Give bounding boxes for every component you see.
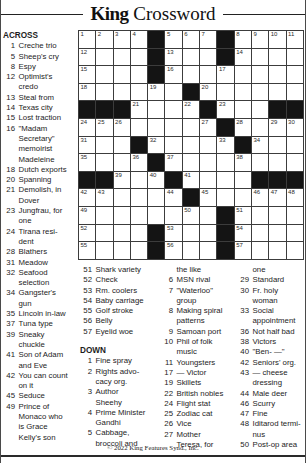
grid-cell[interactable] bbox=[114, 189, 131, 207]
clue-text: "Madam Secretary" memoirist Madeleine bbox=[19, 124, 79, 165]
clue-text: Fr. holy woman bbox=[253, 286, 306, 307]
grid-cell[interactable] bbox=[217, 154, 234, 172]
clue-text: Seduce bbox=[19, 391, 79, 401]
grid-cell[interactable]: 28 bbox=[235, 119, 252, 137]
grid-cell-black bbox=[200, 101, 217, 119]
grid-cell[interactable]: 32 bbox=[148, 137, 165, 155]
grid-cell[interactable]: 54 bbox=[235, 225, 252, 243]
clue-number: 24 bbox=[3, 227, 15, 248]
grid-cell[interactable]: 4 bbox=[131, 31, 148, 49]
grid-cell-black bbox=[269, 101, 286, 119]
cell-number: 17 bbox=[219, 66, 226, 73]
grid-cell[interactable] bbox=[200, 49, 217, 67]
clue-text: Victors bbox=[253, 337, 306, 347]
clue-number: 57 bbox=[80, 327, 92, 337]
grid-cell-black bbox=[235, 137, 252, 155]
grid-cell[interactable] bbox=[269, 242, 286, 260]
grid-cell[interactable]: 15 bbox=[79, 66, 96, 84]
clue-text: Steal from bbox=[19, 93, 79, 103]
grid-cell[interactable]: 45 bbox=[200, 189, 217, 207]
grid-cell[interactable] bbox=[96, 225, 113, 243]
grid-cell[interactable]: 52 bbox=[79, 225, 96, 243]
clue-text: Tuna type bbox=[19, 319, 79, 329]
clue-number: 1 bbox=[80, 356, 92, 366]
grid-cell[interactable] bbox=[96, 137, 113, 155]
clue-number: 35 bbox=[3, 309, 15, 319]
grid-cell[interactable]: 3 bbox=[114, 31, 131, 49]
cell-number: 3 bbox=[115, 31, 118, 38]
grid-cell[interactable]: 2 bbox=[96, 31, 113, 49]
grid-cell[interactable]: 30 bbox=[287, 119, 304, 137]
cell-number: 9 bbox=[253, 31, 256, 38]
clue-item: 15Lost traction bbox=[3, 113, 78, 123]
grid-cell[interactable] bbox=[114, 84, 131, 102]
clue-item: 1Fine spray bbox=[80, 356, 159, 366]
grid-cell[interactable] bbox=[148, 189, 165, 207]
grid-cell[interactable]: 46 bbox=[252, 189, 269, 207]
grid-cell[interactable] bbox=[287, 225, 304, 243]
grid-cell[interactable] bbox=[96, 84, 113, 102]
clue-text: Rm. coolers bbox=[96, 286, 160, 296]
grid-cell-black bbox=[217, 31, 234, 49]
clue-text: MSN rival bbox=[177, 275, 237, 285]
clue-number: 2 bbox=[80, 367, 92, 388]
clue-text: Jungfrau, for one bbox=[19, 206, 79, 227]
cell-number: 5 bbox=[167, 31, 170, 38]
clue-item: 37Tuna type bbox=[3, 319, 78, 329]
clue-text: Scurry bbox=[253, 399, 306, 409]
grid-cell[interactable]: 29 bbox=[269, 119, 286, 137]
grid-cell[interactable] bbox=[252, 242, 269, 260]
title-crossword: Crossword bbox=[133, 3, 215, 24]
clue-text: Tirana resi- dent bbox=[19, 227, 79, 248]
clue-text: Gangster's gun bbox=[19, 288, 79, 309]
clue-item: 30Fr. holy woman bbox=[237, 286, 305, 307]
grid-cell[interactable] bbox=[235, 101, 252, 119]
grid-cell[interactable] bbox=[287, 49, 304, 67]
cell-number: 30 bbox=[288, 119, 295, 126]
grid-cell[interactable] bbox=[252, 119, 269, 137]
grid-cell-black bbox=[148, 225, 165, 243]
clue-text: Flight stat bbox=[177, 399, 237, 409]
grid-cell[interactable] bbox=[165, 119, 182, 137]
grid-cell[interactable] bbox=[131, 172, 148, 190]
grid-cell[interactable]: 10 bbox=[269, 31, 286, 49]
grid-cell[interactable]: 26 bbox=[114, 119, 131, 137]
grid-cell-black bbox=[217, 242, 234, 260]
grid-cell[interactable]: 53 bbox=[165, 225, 182, 243]
cell-number: 43 bbox=[98, 189, 105, 196]
cell-number: 24 bbox=[81, 119, 88, 126]
clue-item: 46Scurry bbox=[237, 399, 305, 409]
clue-number: 11 bbox=[161, 358, 173, 368]
grid-cell-black bbox=[96, 101, 113, 119]
grid-cell[interactable] bbox=[131, 189, 148, 207]
grid-cell[interactable] bbox=[235, 189, 252, 207]
grid-cell[interactable]: 31 bbox=[79, 137, 96, 155]
grid-cell[interactable] bbox=[148, 101, 165, 119]
clue-item: 45Seduce bbox=[3, 391, 78, 401]
clue-text: "Waterloo" group bbox=[177, 286, 237, 307]
grid-cell[interactable] bbox=[287, 137, 304, 155]
grid-cell[interactable] bbox=[165, 207, 182, 225]
grid-cell[interactable]: 27 bbox=[200, 119, 217, 137]
clue-text: Golf stroke bbox=[96, 306, 160, 316]
cell-number: 42 bbox=[81, 189, 88, 196]
grid-cell[interactable]: 40 bbox=[148, 172, 165, 190]
grid-cell[interactable] bbox=[287, 66, 304, 84]
clue-number: 3 bbox=[80, 387, 92, 408]
grid-cell[interactable] bbox=[114, 225, 131, 243]
grid-cell[interactable]: 33 bbox=[217, 137, 234, 155]
grid-cell[interactable] bbox=[183, 154, 200, 172]
cell-number: 55 bbox=[81, 242, 88, 249]
clue-text: Standard bbox=[253, 275, 306, 285]
grid-cell[interactable] bbox=[114, 242, 131, 260]
grid-cell[interactable] bbox=[217, 172, 234, 190]
clue-text: Sheep's cry bbox=[19, 52, 79, 62]
clue-number: 46 bbox=[237, 399, 249, 409]
clue-number: 9 bbox=[161, 327, 173, 337]
grid-cell[interactable] bbox=[96, 49, 113, 67]
clue-text: Lincoln in-law bbox=[19, 309, 79, 319]
grid-cell[interactable] bbox=[131, 119, 148, 137]
clue-item: 19Skillets bbox=[161, 378, 236, 388]
grid-cell[interactable] bbox=[200, 137, 217, 155]
clue-item: 32Seafood selection bbox=[3, 268, 78, 289]
grid-cell[interactable] bbox=[269, 154, 286, 172]
grid-cell[interactable] bbox=[183, 49, 200, 67]
cell-number: 40 bbox=[150, 172, 157, 179]
grid-cell-black bbox=[287, 172, 304, 190]
grid-cell[interactable]: 24 bbox=[79, 119, 96, 137]
grid-cell[interactable] bbox=[287, 207, 304, 225]
grid-cell[interactable]: 25 bbox=[96, 119, 113, 137]
grid-cell[interactable]: 49 bbox=[79, 207, 96, 225]
clue-text: Seniors' org. bbox=[253, 358, 306, 368]
grid-cell[interactable] bbox=[96, 242, 113, 260]
cell-number: 45 bbox=[202, 189, 209, 196]
grid-cell[interactable] bbox=[200, 66, 217, 84]
grid-cell[interactable] bbox=[131, 84, 148, 102]
grid-cell[interactable]: 13 bbox=[165, 49, 182, 67]
clue-number: 32 bbox=[3, 268, 15, 289]
grid-cell[interactable]: 9 bbox=[252, 31, 269, 49]
cell-number: 46 bbox=[253, 189, 260, 196]
grid-cell[interactable]: 50 bbox=[183, 207, 200, 225]
clue-text: Samoan port bbox=[177, 327, 237, 337]
clue-item: 42You can count on it bbox=[3, 371, 78, 392]
clue-number: 22 bbox=[161, 389, 173, 399]
grid-cell[interactable]: 17 bbox=[217, 66, 234, 84]
grid-cell[interactable] bbox=[165, 137, 182, 155]
grid-cell[interactable]: 5 bbox=[165, 31, 182, 49]
cell-number: 21 bbox=[132, 101, 139, 108]
grid-cell[interactable] bbox=[131, 225, 148, 243]
grid-cell-black bbox=[79, 101, 96, 119]
clue-text: Blathers bbox=[19, 247, 79, 257]
grid-cell[interactable]: 8 bbox=[235, 31, 252, 49]
clue-item: 6MSN rival bbox=[161, 275, 236, 285]
clue-item: 18Dutch exports bbox=[3, 165, 78, 175]
clue-item: 20Spanning bbox=[3, 175, 78, 185]
grid-cell[interactable]: 23 bbox=[217, 101, 234, 119]
grid-cell[interactable]: 39 bbox=[114, 172, 131, 190]
clue-item: 12Optimist's credo bbox=[3, 72, 78, 93]
title-king: King bbox=[90, 3, 128, 24]
grid-cell[interactable] bbox=[131, 49, 148, 67]
clue-text: Rights advo- cacy org. bbox=[96, 367, 160, 388]
clue-item: 53Rm. coolers bbox=[80, 286, 159, 296]
cell-number: 57 bbox=[236, 242, 243, 249]
clue-column-2: 51Shark variety52Check53Rm. coolers54Bab… bbox=[80, 265, 159, 449]
clue-number: 16 bbox=[3, 124, 15, 165]
grid-cell[interactable] bbox=[252, 207, 269, 225]
grid-cell-black bbox=[114, 101, 131, 119]
grid-cell[interactable] bbox=[148, 119, 165, 137]
grid-cell[interactable] bbox=[114, 137, 131, 155]
grid-cell-black bbox=[148, 154, 165, 172]
clue-number: 37 bbox=[3, 319, 15, 329]
clue-text: Spanning bbox=[19, 175, 79, 185]
clue-text: Baby carriage bbox=[96, 296, 160, 306]
clue-text: Author Sheehy bbox=[96, 387, 160, 408]
cell-number: 56 bbox=[167, 242, 174, 249]
clue-text: Creche trio bbox=[19, 41, 79, 51]
grid-cell[interactable] bbox=[235, 84, 252, 102]
clue-text: Dutch exports bbox=[19, 165, 79, 175]
grid-cell[interactable] bbox=[269, 137, 286, 155]
grid-cell[interactable] bbox=[200, 225, 217, 243]
clue-text: Zodiac cat bbox=[177, 409, 237, 419]
clue-item: 16"Madam Secretary" memoirist Madeleine bbox=[3, 124, 78, 165]
grid-cell-black bbox=[148, 31, 165, 49]
grid-cell[interactable] bbox=[252, 225, 269, 243]
grid-cell[interactable]: 38 bbox=[235, 154, 252, 172]
clue-text: British nobles bbox=[177, 389, 237, 399]
cell-number: 32 bbox=[150, 137, 157, 144]
cell-number: 1 bbox=[81, 31, 84, 38]
grid-cell[interactable] bbox=[252, 49, 269, 67]
grid-cell[interactable] bbox=[252, 154, 269, 172]
grid-cell[interactable] bbox=[287, 84, 304, 102]
grid-cell[interactable]: 47 bbox=[269, 189, 286, 207]
clue-number: 19 bbox=[161, 378, 173, 388]
grid-cell[interactable] bbox=[200, 172, 217, 190]
grid-cell-black bbox=[131, 137, 148, 155]
clue-number: 44 bbox=[237, 389, 249, 399]
cell-number: 4 bbox=[132, 31, 135, 38]
grid-cell[interactable]: 37 bbox=[165, 154, 182, 172]
clue-text: Sneaky chuckle bbox=[19, 330, 79, 351]
grid-cell[interactable]: 16 bbox=[165, 66, 182, 84]
clue-text: Espy bbox=[19, 62, 79, 72]
grid-cell[interactable] bbox=[96, 66, 113, 84]
grid-cell[interactable]: 20 bbox=[200, 84, 217, 102]
grid-cell[interactable]: 22 bbox=[183, 101, 200, 119]
grid-cell[interactable]: 55 bbox=[79, 242, 96, 260]
grid-cell[interactable]: 56 bbox=[165, 242, 182, 260]
grid-cell[interactable] bbox=[183, 119, 200, 137]
cell-number: 18 bbox=[81, 84, 88, 91]
grid-cell[interactable] bbox=[269, 207, 286, 225]
clue-number: 26 bbox=[161, 419, 173, 429]
grid-cell[interactable] bbox=[252, 66, 269, 84]
clue-number: 54 bbox=[80, 296, 92, 306]
grid-cell[interactable]: 43 bbox=[96, 189, 113, 207]
cell-number: 12 bbox=[81, 49, 88, 56]
grid-cell[interactable] bbox=[252, 101, 269, 119]
cell-number: 2 bbox=[98, 31, 101, 38]
grid-cell[interactable]: 12 bbox=[79, 49, 96, 67]
cell-number: 48 bbox=[288, 189, 295, 196]
grid-cell[interactable] bbox=[200, 242, 217, 260]
clue-text: Demolish, in Dover bbox=[19, 185, 79, 206]
cell-number: 52 bbox=[81, 225, 88, 232]
cell-number: 54 bbox=[236, 225, 243, 232]
bottom-rule bbox=[1, 455, 305, 457]
clue-item: 24Tirana resi- dent bbox=[3, 227, 78, 248]
grid-cell[interactable] bbox=[235, 172, 252, 190]
clue-number: 29 bbox=[237, 275, 249, 285]
cell-number: 13 bbox=[167, 49, 174, 56]
clue-text: Phil of folk music bbox=[177, 337, 237, 358]
grid-cell[interactable]: 18 bbox=[79, 84, 96, 102]
grid-cell-black bbox=[148, 66, 165, 84]
clue-item: the like bbox=[161, 265, 236, 275]
grid-cell[interactable]: 36 bbox=[131, 154, 148, 172]
grid-cell[interactable] bbox=[183, 225, 200, 243]
clue-column-4: one29Standard30Fr. holy woman33Social ap… bbox=[237, 265, 305, 450]
grid-cell[interactable]: 57 bbox=[235, 242, 252, 260]
clue-text: — cheese dressing bbox=[253, 368, 306, 389]
grid-cell-black bbox=[252, 172, 269, 190]
clue-text: Meadow bbox=[19, 258, 79, 268]
clue-item: 17— Victor bbox=[161, 368, 236, 378]
cell-number: 28 bbox=[236, 119, 243, 126]
grid-cell[interactable] bbox=[114, 66, 131, 84]
clue-number: 34 bbox=[3, 288, 15, 309]
clue-text: Skillets bbox=[177, 378, 237, 388]
grid-cell[interactable]: 1 bbox=[79, 31, 96, 49]
grid-cell[interactable]: 48 bbox=[287, 189, 304, 207]
grid-cell[interactable] bbox=[287, 154, 304, 172]
clue-text: Optimist's credo bbox=[19, 72, 79, 93]
grid-cell[interactable] bbox=[269, 49, 286, 67]
title-bar: King Crossword bbox=[1, 0, 305, 28]
clue-item: 40"Ben- —" bbox=[237, 347, 305, 357]
down-header: DOWN bbox=[80, 346, 159, 356]
clue-number: 49 bbox=[3, 402, 15, 443]
clue-number: 13 bbox=[3, 93, 15, 103]
cell-number: 8 bbox=[236, 31, 239, 38]
grid-cell[interactable]: 7 bbox=[200, 31, 217, 49]
grid-cell[interactable] bbox=[269, 84, 286, 102]
clue-number: 6 bbox=[161, 275, 173, 285]
grid-cell[interactable] bbox=[217, 84, 234, 102]
grid-cell[interactable] bbox=[235, 66, 252, 84]
grid-cell[interactable] bbox=[114, 49, 131, 67]
clue-number: 18 bbox=[3, 165, 15, 175]
clue-item: 10Phil of folk music bbox=[161, 337, 236, 358]
clue-item: 52Check bbox=[80, 275, 159, 285]
clue-column-across: ACROSS1Creche trio5Sheep's cry8Espy12Opt… bbox=[3, 31, 78, 443]
copyright: © 2022 King Features Synd., Inc. bbox=[1, 444, 305, 451]
clue-item: 56Belly bbox=[80, 316, 159, 326]
clue-text: "Ben- —" bbox=[253, 347, 306, 357]
grid-cell[interactable] bbox=[183, 66, 200, 84]
grid-cell[interactable]: 19 bbox=[148, 84, 165, 102]
grid-cell[interactable] bbox=[165, 101, 182, 119]
grid-cell[interactable] bbox=[96, 154, 113, 172]
clue-number: 30 bbox=[237, 286, 249, 307]
grid-cell[interactable] bbox=[114, 154, 131, 172]
clue-item: 4Prime Minister Gandhi bbox=[80, 408, 159, 429]
cell-number: 27 bbox=[202, 119, 209, 126]
clue-number: 17 bbox=[161, 368, 173, 378]
cell-number: 35 bbox=[81, 154, 88, 161]
grid-cell[interactable] bbox=[165, 84, 182, 102]
clue-number: 33 bbox=[237, 306, 249, 327]
grid-cell[interactable] bbox=[131, 66, 148, 84]
grid-cell[interactable]: 6 bbox=[183, 31, 200, 49]
grid-cell[interactable] bbox=[131, 242, 148, 260]
clue-text: Fine bbox=[253, 409, 306, 419]
grid-cell[interactable] bbox=[252, 84, 269, 102]
grid-cell-black bbox=[287, 101, 304, 119]
grid-cell[interactable] bbox=[287, 242, 304, 260]
grid-cell[interactable]: 34 bbox=[252, 137, 269, 155]
clue-number: 48 bbox=[237, 419, 249, 440]
grid-cell[interactable] bbox=[183, 137, 200, 155]
cell-number: 22 bbox=[184, 101, 191, 108]
grid-cell[interactable]: 35 bbox=[79, 154, 96, 172]
grid-cell[interactable]: 42 bbox=[79, 189, 96, 207]
grid-cell[interactable] bbox=[114, 207, 131, 225]
clue-number: 1 bbox=[3, 41, 15, 51]
grid-cell[interactable]: 51 bbox=[235, 207, 252, 225]
clue-text: You can count on it bbox=[19, 371, 79, 392]
grid-cell[interactable] bbox=[96, 207, 113, 225]
clue-number: 20 bbox=[3, 175, 15, 185]
clue-item: 14Texas city bbox=[3, 103, 78, 113]
grid-cell[interactable] bbox=[200, 154, 217, 172]
cell-number: 20 bbox=[202, 84, 209, 91]
grid-cell[interactable] bbox=[269, 66, 286, 84]
clue-number: 10 bbox=[161, 337, 173, 358]
cell-number: 11 bbox=[288, 31, 294, 38]
grid-cell[interactable]: 14 bbox=[235, 49, 252, 67]
clue-text: Son of Adam and Eve bbox=[19, 350, 79, 371]
grid-cell[interactable] bbox=[183, 242, 200, 260]
grid-cell[interactable] bbox=[148, 207, 165, 225]
clue-item: 29Standard bbox=[237, 275, 305, 285]
clue-number bbox=[237, 265, 249, 275]
clue-number: 5 bbox=[3, 52, 15, 62]
grid-cell[interactable] bbox=[217, 189, 234, 207]
grid-cell[interactable]: 44 bbox=[165, 189, 182, 207]
grid-cell-black bbox=[96, 172, 113, 190]
clue-number: 56 bbox=[80, 316, 92, 326]
grid-cell[interactable] bbox=[200, 207, 217, 225]
grid-cell[interactable]: 41 bbox=[183, 172, 200, 190]
grid-cell[interactable] bbox=[131, 207, 148, 225]
cell-number: 26 bbox=[115, 119, 122, 126]
clue-text: Seafood selection bbox=[19, 268, 79, 289]
grid-cell[interactable] bbox=[269, 225, 286, 243]
grid-cell[interactable]: 11 bbox=[287, 31, 304, 49]
grid-cell[interactable]: 21 bbox=[131, 101, 148, 119]
